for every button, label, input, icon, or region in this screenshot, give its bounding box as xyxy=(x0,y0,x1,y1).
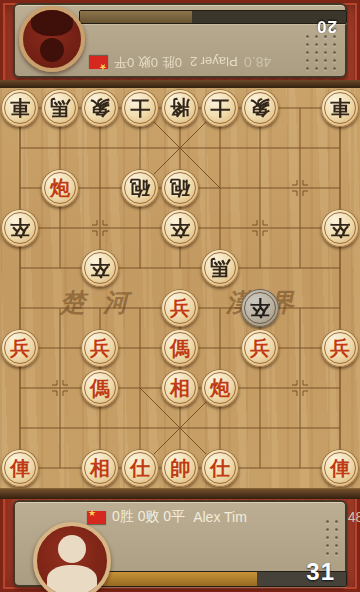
piece-glyph: 兵 xyxy=(90,338,110,358)
piece-red-soldier[interactable]: 兵 xyxy=(1,329,39,367)
china-flag-icon: ★ xyxy=(89,56,108,69)
piece-glyph: 兵 xyxy=(170,298,190,318)
piece-glyph: 炮 xyxy=(50,178,70,198)
piece-glyph: 兵 xyxy=(10,338,30,358)
piece-glyph: 車 xyxy=(10,98,30,118)
piece-glyph: 車 xyxy=(330,98,350,118)
piece-layer: 車馬象士將士象車炮砲砲卒卒卒卒馬兵卒兵兵傌兵兵傌相炮俥相仕帥仕俥 xyxy=(0,88,360,488)
bottom-player-rating: 48.0 xyxy=(348,509,360,525)
piece-glyph: 仕 xyxy=(210,458,230,478)
top-timer-value: 20 xyxy=(316,16,337,36)
top-timer-fill xyxy=(80,11,192,23)
bottom-player-name-record: 0胜 0败 0平 Alex Tim xyxy=(112,508,247,526)
piece-glyph: 傌 xyxy=(90,378,110,398)
piece-black-horse[interactable]: 馬 xyxy=(41,89,79,127)
piece-glyph: 帥 xyxy=(170,458,190,478)
piece-glyph: 卒 xyxy=(330,218,350,238)
piece-black-soldier[interactable]: 卒 xyxy=(81,249,119,287)
piece-glyph: 士 xyxy=(130,98,150,118)
piece-glyph: 卒 xyxy=(90,258,110,278)
piece-red-soldier[interactable]: 兵 xyxy=(81,329,119,367)
piece-glyph: 俥 xyxy=(330,458,350,478)
piece-glyph: 傌 xyxy=(170,338,190,358)
piece-red-horse[interactable]: 傌 xyxy=(161,329,199,367)
china-flag-icon: ★ xyxy=(87,511,106,524)
piece-glyph: 相 xyxy=(170,378,190,398)
piece-glyph: 象 xyxy=(90,98,110,118)
piece-glyph: 馬 xyxy=(210,258,230,278)
person-silhouette-icon xyxy=(23,10,81,68)
piece-black-soldier[interactable]: 卒 xyxy=(161,209,199,247)
piece-glyph: 卒 xyxy=(170,218,190,238)
top-player-rating: 48.0 xyxy=(244,54,271,70)
piece-glyph: 象 xyxy=(250,98,270,118)
piece-black-cannon[interactable]: 砲 xyxy=(121,169,159,207)
piece-red-advisor[interactable]: 仕 xyxy=(121,449,159,487)
bottom-player-name: Alex Tim xyxy=(193,509,247,525)
piece-black-advisor[interactable]: 士 xyxy=(201,89,239,127)
top-player-record: 0胜 0败 0平 xyxy=(114,53,182,71)
top-player-name: Player 2 xyxy=(190,55,238,70)
bottom-player-panel: ★ 0胜 0败 0平 Alex Tim 48.0 31 xyxy=(13,500,347,587)
bottom-player-record: 0胜 0败 0平 xyxy=(112,508,185,526)
piece-glyph: 卒 xyxy=(10,218,30,238)
piece-glyph: 炮 xyxy=(210,378,230,398)
piece-red-soldier[interactable]: 兵 xyxy=(321,329,359,367)
piece-red-elephant[interactable]: 相 xyxy=(81,449,119,487)
piece-red-advisor[interactable]: 仕 xyxy=(201,449,239,487)
piece-red-cannon[interactable]: 炮 xyxy=(41,169,79,207)
flag-star-icon: ★ xyxy=(99,62,107,72)
piece-black-general[interactable]: 將 xyxy=(161,89,199,127)
piece-glyph: 將 xyxy=(170,98,190,118)
top-player-info: ★ Player 2 0胜 0败 0平 48.0 xyxy=(89,53,271,71)
piece-black-soldier[interactable]: 卒 xyxy=(1,209,39,247)
board-frame-bottom xyxy=(0,488,360,499)
bottom-player-info: ★ 0胜 0败 0平 Alex Tim 48.0 xyxy=(87,508,337,526)
person-silhouette-icon xyxy=(58,535,86,563)
piece-black-cannon[interactable]: 砲 xyxy=(161,169,199,207)
piece-black-soldier[interactable]: 卒 xyxy=(321,209,359,247)
piece-red-cannon[interactable]: 炮 xyxy=(201,369,239,407)
panel-grip-dots xyxy=(326,520,338,555)
piece-red-elephant[interactable]: 相 xyxy=(161,369,199,407)
piece-glyph: 砲 xyxy=(130,178,150,198)
piece-black-advisor[interactable]: 士 xyxy=(121,89,159,127)
piece-red-horse[interactable]: 傌 xyxy=(81,369,119,407)
top-player-avatar xyxy=(19,6,85,72)
piece-black-soldier[interactable]: 卒 xyxy=(241,289,279,327)
piece-glyph: 兵 xyxy=(330,338,350,358)
piece-black-chariot[interactable]: 車 xyxy=(1,89,39,127)
piece-glyph: 砲 xyxy=(170,178,190,198)
piece-black-chariot[interactable]: 車 xyxy=(321,89,359,127)
piece-red-general[interactable]: 帥 xyxy=(161,449,199,487)
piece-glyph: 卒 xyxy=(250,298,270,318)
piece-red-soldier[interactable]: 兵 xyxy=(241,329,279,367)
piece-glyph: 仕 xyxy=(130,458,150,478)
piece-black-elephant[interactable]: 象 xyxy=(241,89,279,127)
piece-glyph: 俥 xyxy=(10,458,30,478)
piece-red-chariot[interactable]: 俥 xyxy=(321,449,359,487)
piece-red-soldier[interactable]: 兵 xyxy=(161,289,199,327)
piece-glyph: 兵 xyxy=(250,338,270,358)
panel-grip-dots xyxy=(306,35,336,70)
bottom-player-avatar xyxy=(33,522,111,592)
piece-red-chariot[interactable]: 俥 xyxy=(1,449,39,487)
piece-glyph: 相 xyxy=(90,458,110,478)
piece-black-horse[interactable]: 馬 xyxy=(201,249,239,287)
flag-star-icon: ★ xyxy=(88,508,96,518)
top-player-name-record: Player 2 0胜 0败 0平 xyxy=(114,53,238,71)
bottom-timer-value: 31 xyxy=(306,558,335,586)
piece-black-elephant[interactable]: 象 xyxy=(81,89,119,127)
top-player-panel: 20 ★ Player 2 0胜 0败 0平 48.0 xyxy=(13,3,347,78)
top-timer-bar xyxy=(79,10,347,24)
piece-glyph: 士 xyxy=(210,98,230,118)
piece-glyph: 馬 xyxy=(50,98,70,118)
